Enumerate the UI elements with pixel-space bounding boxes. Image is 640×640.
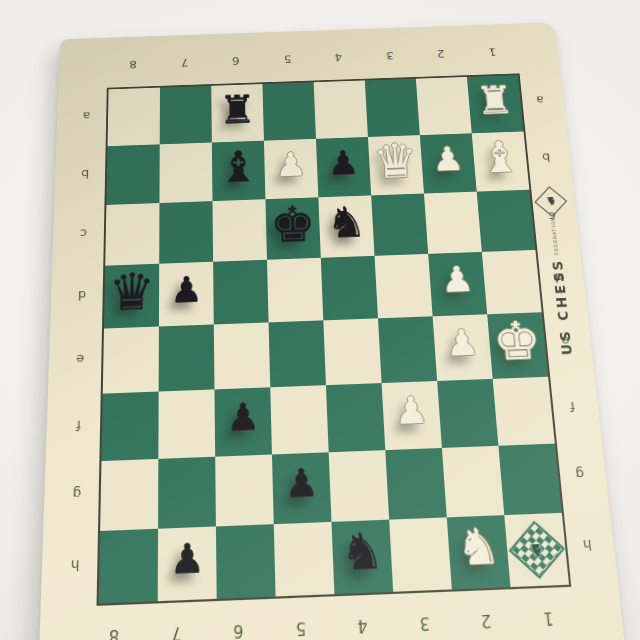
piece-black-queen-d8: ♛ (108, 265, 156, 317)
file-label-left-h: h (56, 529, 94, 603)
piece-black-pawn-b4: ♟ (327, 146, 360, 180)
square-e4 (323, 318, 381, 385)
rank-label-top-5: 5 (261, 42, 313, 77)
rank-label-bottom-3: 3 (392, 596, 457, 640)
piece-black-knight-h4: ♞ (339, 525, 385, 577)
square-b7 (159, 143, 212, 204)
square-c3 (371, 194, 428, 256)
square-a2 (416, 77, 472, 135)
square-f2 (437, 379, 498, 448)
rank-label-bottom-6: 6 (207, 603, 270, 640)
square-a4 (314, 80, 368, 138)
rank-label-bottom-7: 7 (145, 606, 208, 640)
knight-icon: ♞ (527, 540, 545, 559)
square-g3 (385, 448, 446, 520)
square-d2: ♟ (428, 252, 487, 316)
square-c1 (477, 190, 536, 252)
piece-white-king-e1: ♚ (491, 314, 543, 367)
board-play-area: ♜♜♝♟♟♛♟♝♚♞♛♟♟♟♚♟♟♟♟♞♞♞ (97, 73, 572, 605)
square-e3 (378, 316, 437, 383)
square-g4 (329, 450, 389, 522)
screenshot-root: { "game": "chess", "position": { "fen": … (0, 0, 640, 640)
checkered-diamond-icon: ♞ (508, 521, 565, 580)
square-c4: ♞ (318, 195, 374, 257)
rank-label-top-7: 7 (159, 46, 211, 81)
square-f1 (493, 377, 555, 446)
square-f4 (326, 383, 385, 452)
file-label-left-f: f (60, 392, 97, 461)
piece-white-rook-a1: ♜ (474, 80, 515, 120)
square-d7: ♟ (159, 262, 214, 327)
rank-label-bottom-8: 8 (82, 608, 145, 640)
square-g7 (158, 457, 216, 529)
file-label-left-a: a (70, 88, 103, 146)
file-labels-left: abcdefgh (56, 88, 103, 603)
square-d1 (482, 250, 542, 314)
square-h1: ♞ (504, 513, 569, 587)
square-h8 (99, 529, 158, 604)
piece-black-knight-c4: ♞ (325, 200, 367, 243)
file-label-right-a: a (521, 72, 559, 129)
square-h2: ♞ (447, 515, 511, 589)
rank-label-bottom-2: 2 (453, 594, 519, 640)
square-a7 (160, 86, 212, 145)
square-b5: ♟ (264, 139, 318, 199)
piece-black-king-c5: ♚ (269, 199, 317, 249)
square-g5: ♟ (272, 452, 332, 524)
file-label-left-c: c (66, 203, 101, 265)
rank-label-top-8: 8 (107, 47, 159, 82)
square-c8 (105, 203, 159, 266)
square-d4 (321, 256, 378, 321)
piece-black-pawn-f6: ♟ (226, 397, 261, 436)
piece-black-pawn-h7: ♟ (169, 537, 204, 579)
square-a6: ♜ (211, 84, 264, 142)
us-chess-corner-logo: ♞ (504, 513, 569, 587)
square-c5: ♚ (265, 197, 320, 259)
square-g8 (100, 459, 158, 531)
rank-label-top-4: 4 (312, 40, 365, 75)
square-e1: ♚ (487, 312, 548, 379)
file-label-left-e: e (62, 327, 98, 393)
square-b1: ♝ (472, 131, 530, 191)
rank-label-top-6: 6 (210, 44, 262, 79)
square-d6 (213, 260, 268, 325)
square-d8: ♛ (104, 264, 159, 329)
square-f8 (101, 392, 158, 462)
square-h4: ♞ (331, 520, 393, 594)
us-chess-subtitle: FEDERATION (549, 216, 559, 254)
square-b2: ♟ (420, 133, 477, 193)
piece-white-pawn-b5: ♟ (274, 147, 307, 181)
square-a3 (365, 79, 420, 137)
vinyl-chess-mat: 87654321 87654321 abcdefgh abcdefgh ♜♜♝♟… (38, 22, 627, 640)
piece-black-bishop-b6: ♝ (218, 144, 260, 188)
piece-white-knight-h2: ♞ (454, 521, 501, 573)
square-a8 (108, 88, 160, 147)
file-label-right-h: h (566, 509, 609, 582)
square-c2 (424, 192, 482, 254)
square-g1 (498, 444, 561, 516)
rank-label-bottom-1: 1 (515, 591, 582, 640)
rank-label-bottom-5: 5 (269, 601, 333, 640)
piece-white-bishop-b1: ♝ (478, 135, 523, 179)
piece-white-pawn-e2: ♟ (444, 324, 480, 361)
file-label-left-d: d (64, 264, 99, 328)
square-e6 (214, 322, 270, 389)
square-e8 (103, 327, 159, 394)
piece-white-pawn-d2: ♟ (440, 261, 475, 297)
square-e2: ♟ (433, 314, 493, 381)
board-grid: ♜♜♝♟♟♛♟♝♚♞♛♟♟♟♚♟♟♟♟♞♞♞ (99, 75, 569, 603)
square-d3 (375, 254, 433, 318)
file-label-left-g: g (58, 459, 95, 530)
piece-black-rook-a6: ♜ (218, 89, 257, 129)
square-f6: ♟ (214, 387, 271, 456)
piece-black-pawn-d7: ♟ (170, 271, 203, 307)
rank-label-top-3: 3 (363, 39, 416, 74)
rank-label-top-2: 2 (414, 37, 468, 72)
square-d5 (267, 258, 323, 323)
piece-black-pawn-g5: ♟ (283, 463, 319, 503)
square-h3 (389, 517, 452, 591)
square-h7: ♟ (158, 526, 217, 601)
rank-label-top-1: 1 (465, 35, 519, 70)
square-e7 (159, 324, 215, 391)
us-chess-mini-logo-icon: ♞ (535, 186, 568, 217)
square-f5 (270, 385, 328, 454)
square-e5 (269, 320, 326, 387)
square-b4: ♟ (316, 137, 371, 197)
piece-white-queen-b3: ♛ (372, 137, 420, 185)
file-label-right-b: b (527, 128, 565, 187)
knight-icon: ♞ (545, 196, 557, 208)
square-b8 (106, 144, 159, 205)
square-c6 (212, 199, 267, 262)
piece-white-pawn-f3: ♟ (393, 391, 429, 430)
square-g2 (442, 446, 504, 518)
square-g6 (215, 455, 274, 527)
square-c7 (159, 201, 213, 264)
square-h6 (216, 524, 276, 599)
us-chess-title: US CHESS (549, 258, 575, 356)
square-f7 (158, 389, 215, 458)
square-h5 (274, 522, 335, 597)
square-a1: ♜ (467, 75, 524, 133)
file-label-left-b: b (68, 145, 102, 205)
piece-white-pawn-b2: ♟ (431, 142, 465, 176)
square-b3: ♛ (368, 135, 424, 195)
square-a5 (262, 82, 315, 140)
file-label-right-f: f (552, 373, 594, 441)
rank-label-bottom-4: 4 (330, 599, 394, 640)
square-b6: ♝ (212, 141, 266, 201)
square-f3: ♟ (382, 381, 442, 450)
file-label-right-g: g (559, 440, 601, 511)
